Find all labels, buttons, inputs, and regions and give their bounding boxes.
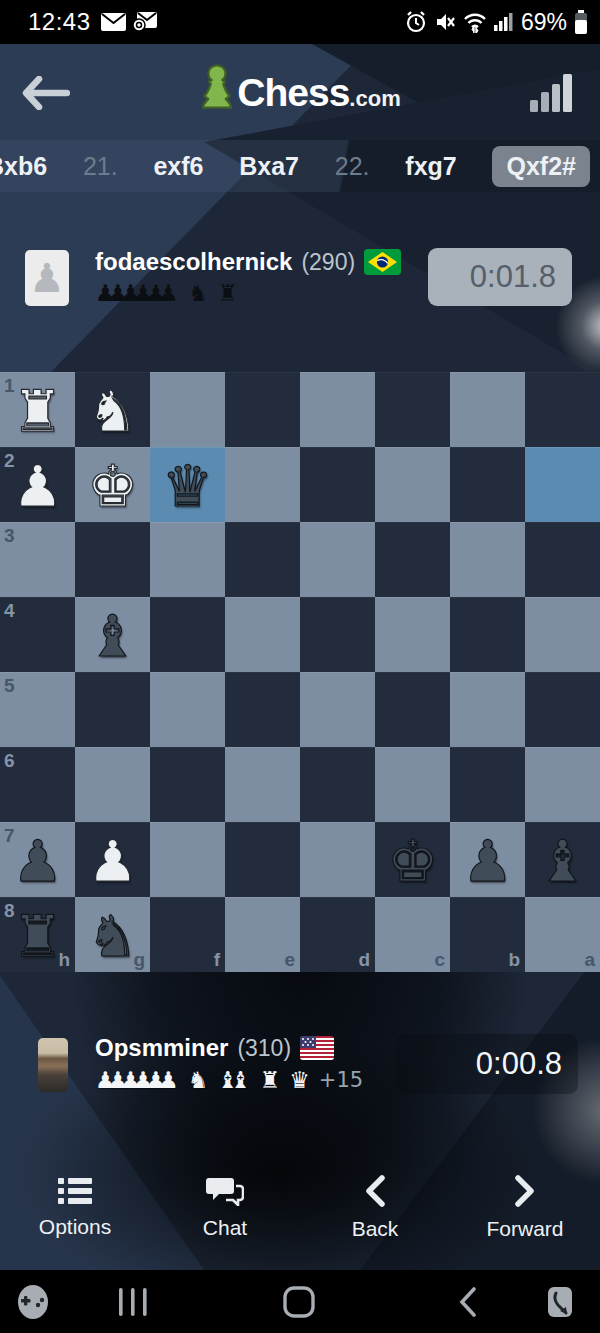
chat-bubbles-icon xyxy=(206,1176,244,1206)
captured-piece-group: ♛ xyxy=(289,1069,310,1092)
forward-move-button[interactable]: Forward xyxy=(450,1175,600,1241)
player-info-top: ♟ fodaescolhernick (290) ♟♟♟♟♟♟♞♜ 0:01.8 xyxy=(0,246,600,316)
square-h8[interactable]: 8h♜ xyxy=(0,897,75,972)
status-time: 12:43 xyxy=(28,8,91,36)
player-rating-top: (290) xyxy=(301,249,355,276)
square-f2[interactable]: ♛ xyxy=(150,447,225,522)
rank-label: 5 xyxy=(4,676,15,695)
square-a6[interactable] xyxy=(525,747,600,822)
move-item[interactable]: Bxa7 xyxy=(239,152,299,181)
square-f1[interactable] xyxy=(150,372,225,447)
android-nav-bar xyxy=(0,1270,600,1333)
square-h5[interactable]: 5 xyxy=(0,672,75,747)
square-e5[interactable] xyxy=(225,672,300,747)
rank-label: 3 xyxy=(4,526,15,545)
captured-piece-group: ♟♟♟♟♟♟ xyxy=(95,1069,179,1092)
chess-com-app-screen: 12:43 69% Chess .com Bxb621.exf6Bxa722.f… xyxy=(0,0,600,1333)
square-h1[interactable]: 1♜ xyxy=(0,372,75,447)
square-b3[interactable] xyxy=(450,522,525,597)
rank-label: 4 xyxy=(4,601,15,620)
file-label: c xyxy=(434,950,445,969)
wifi-icon xyxy=(463,11,487,33)
black-pawn-b7[interactable]: ♟ xyxy=(450,822,525,897)
player-name-bottom[interactable]: Opsmminer xyxy=(95,1034,228,1062)
status-bar: 12:43 69% xyxy=(0,0,600,44)
square-g4[interactable]: ♝ xyxy=(75,597,150,672)
header: Chess .com xyxy=(0,48,600,140)
square-f8[interactable]: f xyxy=(150,897,225,972)
move-number: 21. xyxy=(83,152,118,181)
black-king-c7[interactable]: ♚ xyxy=(375,822,450,897)
material-advantage: +15 xyxy=(319,1068,363,1092)
options-label: Options xyxy=(39,1215,111,1239)
square-c2[interactable] xyxy=(375,447,450,522)
options-list-icon xyxy=(58,1177,92,1205)
move-item[interactable]: Bxb6 xyxy=(0,152,47,181)
rank-label: 2 xyxy=(4,451,15,470)
square-h6[interactable]: 6 xyxy=(0,747,75,822)
game-toolbar: Options Chat Back Forward xyxy=(0,1160,600,1256)
brazil-flag-icon xyxy=(364,249,401,275)
mute-icon xyxy=(434,11,456,33)
battery-icon xyxy=(574,10,588,34)
logo-text: Chess xyxy=(237,73,349,112)
file-label: b xyxy=(508,950,520,969)
chesscom-logo: Chess .com xyxy=(0,62,600,112)
file-label: f xyxy=(214,950,220,969)
file-label: a xyxy=(584,950,595,969)
square-c1[interactable] xyxy=(375,372,450,447)
move-list-bar: Bxb621.exf6Bxa722.fxg7Qxf2# xyxy=(0,140,600,192)
player-name-top[interactable]: fodaescolhernick xyxy=(95,248,292,276)
white-pawn-g7[interactable]: ♟ xyxy=(75,822,150,897)
mail-icon xyxy=(101,13,126,31)
square-g3[interactable] xyxy=(75,522,150,597)
square-a7[interactable]: ♝ xyxy=(525,822,600,897)
square-e1[interactable] xyxy=(225,372,300,447)
black-bishop-g4[interactable]: ♝ xyxy=(75,597,150,672)
captured-pieces-top: ♟♟♟♟♟♟♞♜ xyxy=(95,282,238,305)
options-button[interactable]: Options xyxy=(0,1177,150,1239)
square-d1[interactable] xyxy=(300,372,375,447)
square-e6[interactable] xyxy=(225,747,300,822)
square-a2[interactable] xyxy=(525,447,600,522)
square-a8[interactable]: a xyxy=(525,897,600,972)
square-h2[interactable]: 2♟ xyxy=(0,447,75,522)
square-c6[interactable] xyxy=(375,747,450,822)
home-icon[interactable] xyxy=(283,1286,315,1318)
captured-piece-group: ♝♝ xyxy=(217,1069,250,1092)
square-e3[interactable] xyxy=(225,522,300,597)
square-e8[interactable]: e xyxy=(225,897,300,972)
square-g6[interactable] xyxy=(75,747,150,822)
signal-icon xyxy=(494,12,514,32)
square-b8[interactable]: b xyxy=(450,897,525,972)
white-knight-g1[interactable]: ♞ xyxy=(75,372,150,447)
chat-button[interactable]: Chat xyxy=(150,1176,300,1240)
square-g1[interactable]: ♞ xyxy=(75,372,150,447)
square-g2[interactable]: ♚ xyxy=(75,447,150,522)
square-h4[interactable]: 4 xyxy=(0,597,75,672)
square-h7[interactable]: 7♟ xyxy=(0,822,75,897)
square-g8[interactable]: g♞ xyxy=(75,897,150,972)
square-a1[interactable] xyxy=(525,372,600,447)
square-h3[interactable]: 3 xyxy=(0,522,75,597)
square-a5[interactable] xyxy=(525,672,600,747)
palm-swipe-capture-icon[interactable] xyxy=(544,1285,578,1319)
chesscom-pawn-icon xyxy=(199,62,235,112)
square-g7[interactable]: ♟ xyxy=(75,822,150,897)
captured-piece-group: ♟♟♟♟♟♟ xyxy=(95,282,179,305)
chevron-left-icon xyxy=(364,1175,386,1207)
square-c3[interactable] xyxy=(375,522,450,597)
game-launcher-icon[interactable] xyxy=(14,1283,52,1321)
square-c5[interactable] xyxy=(375,672,450,747)
clock-bottom: 0:00.8 xyxy=(396,1034,578,1094)
square-d6[interactable] xyxy=(300,747,375,822)
square-f4[interactable] xyxy=(150,597,225,672)
rank-label: 8 xyxy=(4,901,15,920)
square-c8[interactable]: c xyxy=(375,897,450,972)
captured-piece-group: ♜ xyxy=(260,1069,281,1092)
back-move-button[interactable]: Back xyxy=(300,1175,450,1241)
logo-suffix: .com xyxy=(349,85,400,113)
clock-top: 0:01.8 xyxy=(428,248,572,306)
forward-label: Forward xyxy=(486,1217,563,1241)
rank-label: 7 xyxy=(4,826,15,845)
rank-label: 6 xyxy=(4,751,15,770)
square-f3[interactable] xyxy=(150,522,225,597)
file-label: d xyxy=(358,950,370,969)
file-label: g xyxy=(133,950,145,969)
file-label: e xyxy=(284,950,295,969)
square-d4[interactable] xyxy=(300,597,375,672)
nav-back-icon[interactable] xyxy=(458,1287,478,1317)
captured-piece-group: ♜ xyxy=(217,282,238,305)
square-e4[interactable] xyxy=(225,597,300,672)
player-info-bottom: Opsmminer (310) ♟♟♟♟♟♟♞♝♝♜♛+15 0:00.8 xyxy=(0,1032,600,1102)
square-d8[interactable]: d xyxy=(300,897,375,972)
square-b7[interactable]: ♟ xyxy=(450,822,525,897)
square-b6[interactable] xyxy=(450,747,525,822)
square-c4[interactable] xyxy=(375,597,450,672)
chevron-right-icon xyxy=(514,1175,536,1207)
black-queen-f2[interactable]: ♛ xyxy=(150,447,225,522)
file-label: h xyxy=(58,950,70,969)
avatar-top-player[interactable]: ♟ xyxy=(25,250,69,306)
usa-flag-icon xyxy=(300,1036,334,1060)
square-g5[interactable] xyxy=(75,672,150,747)
pawn-avatar-icon: ♟ xyxy=(29,258,65,298)
alarm-icon xyxy=(405,11,427,33)
square-e7[interactable] xyxy=(225,822,300,897)
square-d2[interactable] xyxy=(300,447,375,522)
move-item[interactable]: fxg7 xyxy=(405,152,456,181)
move-item[interactable]: exf6 xyxy=(153,152,203,181)
recent-apps-icon[interactable] xyxy=(118,1288,148,1316)
move-number: 22. xyxy=(335,152,370,181)
white-king-g2[interactable]: ♚ xyxy=(75,447,150,522)
square-d7[interactable] xyxy=(300,822,375,897)
battery-percent: 69% xyxy=(521,9,567,36)
black-bishop-a7[interactable]: ♝ xyxy=(525,822,600,897)
chat-label: Chat xyxy=(203,1216,247,1240)
captured-piece-group: ♞ xyxy=(188,282,209,305)
chess-board: 1♜♞2♟♚♛34♝567♟♟♚♟♝8h♜g♞fedcba xyxy=(0,372,600,972)
square-f6[interactable] xyxy=(150,747,225,822)
square-b1[interactable] xyxy=(450,372,525,447)
square-b2[interactable] xyxy=(450,447,525,522)
square-b4[interactable] xyxy=(450,597,525,672)
square-e2[interactable] xyxy=(225,447,300,522)
square-c7[interactable]: ♚ xyxy=(375,822,450,897)
captured-pieces-bottom: ♟♟♟♟♟♟♞♝♝♜♛+15 xyxy=(95,1068,363,1092)
square-d3[interactable] xyxy=(300,522,375,597)
rank-label: 1 xyxy=(4,376,15,395)
outlook-mail-icon xyxy=(133,12,157,32)
square-a3[interactable] xyxy=(525,522,600,597)
move-item[interactable]: Qxf2# xyxy=(492,146,589,187)
square-b5[interactable] xyxy=(450,672,525,747)
square-f5[interactable] xyxy=(150,672,225,747)
square-a4[interactable] xyxy=(525,597,600,672)
square-d5[interactable] xyxy=(300,672,375,747)
square-f7[interactable] xyxy=(150,822,225,897)
avatar-bottom-player[interactable] xyxy=(38,1038,68,1092)
back-label: Back xyxy=(352,1217,399,1241)
captured-piece-group: ♞ xyxy=(188,1069,209,1092)
stats-bars-icon[interactable] xyxy=(530,74,572,112)
player-rating-bottom: (310) xyxy=(237,1035,291,1062)
